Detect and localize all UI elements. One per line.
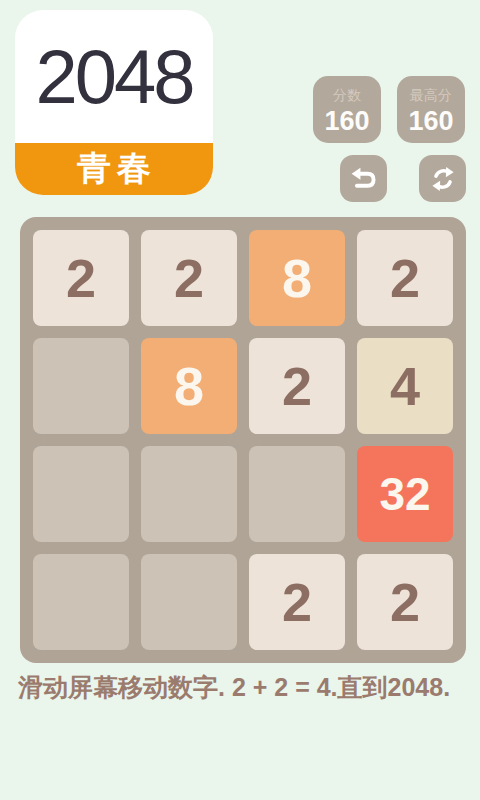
empty-cell <box>33 338 129 434</box>
undo-button[interactable] <box>340 155 387 202</box>
refresh-icon <box>426 162 460 196</box>
board-grid[interactable]: 22828243222 <box>20 217 466 663</box>
score-panel: 分数 160 <box>313 76 381 143</box>
app-title: 2048 <box>15 10 213 143</box>
empty-cell <box>33 554 129 650</box>
empty-cell <box>141 446 237 542</box>
tile-8: 8 <box>141 338 237 434</box>
tile-2: 2 <box>33 230 129 326</box>
empty-cell <box>249 446 345 542</box>
tile-8: 8 <box>249 230 345 326</box>
tile-32: 32 <box>357 446 453 542</box>
empty-cell <box>141 554 237 650</box>
app-subtitle-band: 青春 <box>15 143 213 195</box>
tile-2: 2 <box>249 554 345 650</box>
best-score-label: 最高分 <box>410 85 452 105</box>
best-score-panel: 最高分 160 <box>397 76 465 143</box>
score-value: 160 <box>324 105 369 137</box>
tile-2: 2 <box>357 230 453 326</box>
restart-button[interactable] <box>419 155 466 202</box>
undo-icon <box>347 162 381 196</box>
tile-2: 2 <box>357 554 453 650</box>
tile-2: 2 <box>249 338 345 434</box>
best-score-value: 160 <box>408 105 453 137</box>
app-subtitle: 青春 <box>71 146 157 192</box>
tile-2: 2 <box>141 230 237 326</box>
instructions-text: 滑动屏幕移动数字. 2 + 2 = 4.直到2048. <box>18 671 478 704</box>
tile-4: 4 <box>357 338 453 434</box>
empty-cell <box>33 446 129 542</box>
app-logo-card: 2048 青春 <box>15 10 213 195</box>
score-label: 分数 <box>333 85 361 105</box>
